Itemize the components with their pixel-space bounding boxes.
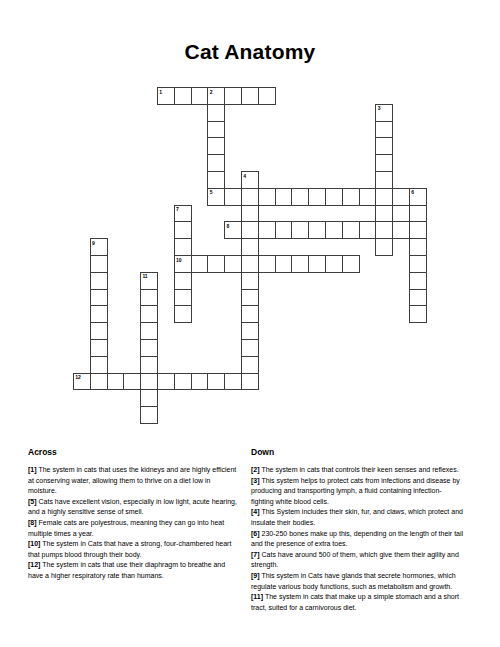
grid-cell-r16c1[interactable]	[90, 356, 108, 374]
clue-down-7: [7] Cats have around 500 of them, which …	[251, 550, 464, 571]
clue-number-2: 2	[210, 89, 213, 95]
clue-down-4-number: [4]	[251, 508, 260, 515]
grid-cell-r11c6[interactable]	[174, 272, 192, 290]
clue-down-11-number: [11]	[251, 593, 263, 600]
clue-down-4: [4] This System includes their skin, fur…	[251, 507, 464, 528]
grid-cell-r10c14[interactable]	[308, 255, 326, 273]
clue-number-4: 4	[243, 173, 246, 179]
grid-cell-r9c18[interactable]	[375, 238, 393, 256]
across-header: Across	[28, 447, 241, 457]
grid-cell-r12c20[interactable]	[409, 289, 427, 307]
grid-cell-r17c5[interactable]	[157, 373, 175, 391]
grid-cell-r0c8[interactable]: 2	[207, 87, 225, 105]
grid-cell-r4c8[interactable]	[207, 154, 225, 172]
clue-number-3: 3	[378, 105, 381, 111]
grid-cell-r17c6[interactable]	[174, 373, 192, 391]
clue-down-3: [3] This system helps to protect cats fr…	[251, 476, 464, 508]
clue-down-11: [11] The system in cats that make up a s…	[251, 592, 464, 613]
clue-across-8: [8] Female cats are polyestrous, meaning…	[28, 518, 241, 539]
grid-cell-r8c10[interactable]	[241, 221, 259, 239]
grid-cell-r17c1[interactable]	[90, 373, 108, 391]
grid-cell-r14c10[interactable]	[241, 322, 259, 340]
grid-cell-r5c8[interactable]	[207, 171, 225, 189]
clue-down-7-number: [7]	[251, 551, 260, 558]
grid-cell-r15c1[interactable]	[90, 339, 108, 357]
grid-cell-r8c18[interactable]	[375, 221, 393, 239]
clue-down-2-number: [2]	[251, 466, 260, 473]
grid-cell-r17c2[interactable]	[107, 373, 125, 391]
grid-cell-r10c9[interactable]	[224, 255, 242, 273]
grid-cell-r6c20[interactable]: 6	[409, 188, 427, 206]
grid-cell-r8c14[interactable]	[308, 221, 326, 239]
grid-cell-r4c18[interactable]	[375, 154, 393, 172]
grid-cell-r1c18[interactable]: 3	[375, 104, 393, 122]
grid-cell-r12c6[interactable]	[174, 289, 192, 307]
grid-cell-r8c20[interactable]	[409, 221, 427, 239]
grid-cell-r14c1[interactable]	[90, 322, 108, 340]
grid-cell-r15c10[interactable]	[241, 339, 259, 357]
down-header: Down	[251, 447, 464, 457]
grid-cell-r7c20[interactable]	[409, 205, 427, 223]
clue-number-12: 12	[75, 374, 80, 380]
clue-number-9: 9	[92, 240, 95, 246]
grid-cell-r13c4[interactable]	[140, 305, 158, 323]
grid-cell-r9c6[interactable]	[174, 238, 192, 256]
grid-cell-r6c8[interactable]: 5	[207, 188, 225, 206]
grid-cell-r10c11[interactable]	[258, 255, 276, 273]
grid-cell-r5c10[interactable]: 4	[241, 171, 259, 189]
grid-cell-r0c11[interactable]	[258, 87, 276, 105]
grid-cell-r3c18[interactable]	[375, 137, 393, 155]
grid-cell-r12c1[interactable]	[90, 289, 108, 307]
grid-cell-r6c9[interactable]	[224, 188, 242, 206]
grid-cell-r10c16[interactable]	[342, 255, 360, 273]
grid-cell-r11c20[interactable]	[409, 272, 427, 290]
grid-cell-r10c10[interactable]	[241, 255, 259, 273]
grid-cell-r3c8[interactable]	[207, 137, 225, 155]
clue-number-1: 1	[159, 89, 162, 95]
grid-cell-r0c6[interactable]	[174, 87, 192, 105]
grid-cell-r8c12[interactable]	[275, 221, 293, 239]
clue-number-11: 11	[142, 273, 147, 279]
clue-down-9-number: [9]	[251, 572, 260, 579]
clue-number-8: 8	[226, 223, 229, 229]
grid-cell-r1c8[interactable]	[207, 104, 225, 122]
grid-cell-r17c10[interactable]	[241, 373, 259, 391]
grid-cell-r2c8[interactable]	[207, 121, 225, 139]
grid-cell-r16c10[interactable]	[241, 356, 259, 374]
clue-across-12-number: [12]	[28, 561, 40, 568]
grid-cell-r8c19[interactable]	[392, 221, 410, 239]
clue-number-5: 5	[210, 189, 213, 195]
grid-cell-r6c17[interactable]	[359, 188, 377, 206]
clue-down-9: [9] This system in Cats have glands that…	[251, 571, 464, 592]
grid-cell-r10c6[interactable]: 10	[174, 255, 192, 273]
grid-cell-r17c4[interactable]	[140, 373, 158, 391]
grid-cell-r17c9[interactable]	[224, 373, 242, 391]
grid-cell-r2c18[interactable]	[375, 121, 393, 139]
clue-number-6: 6	[411, 189, 414, 195]
grid-cell-r12c10[interactable]	[241, 289, 259, 307]
clue-across-5: [5] Cats have excellent vision, especial…	[28, 497, 241, 518]
grid-cell-r16c4[interactable]	[140, 356, 158, 374]
grid-cell-r8c17[interactable]	[359, 221, 377, 239]
clue-down-3-number: [3]	[251, 477, 260, 484]
grid-cell-r17c0[interactable]: 12	[73, 373, 91, 391]
grid-cell-r0c7[interactable]	[191, 87, 209, 105]
clue-across-12: [12] The system in cats that use their d…	[28, 560, 241, 581]
clue-across-10: [10] The system in Cats that have a stro…	[28, 539, 241, 560]
grid-cell-r18c4[interactable]	[140, 389, 158, 407]
grid-cell-r5c18[interactable]	[375, 171, 393, 189]
grid-cell-r10c20[interactable]	[409, 255, 427, 273]
grid-cell-r6c16[interactable]	[342, 188, 360, 206]
grid-cell-r19c4[interactable]	[140, 406, 158, 424]
grid-cell-r8c9[interactable]: 8	[224, 221, 242, 239]
grid-cell-r17c8[interactable]	[207, 373, 225, 391]
grid-cell-r6c19[interactable]	[392, 188, 410, 206]
grid-cell-r7c10[interactable]	[241, 205, 259, 223]
grid-cell-r9c10[interactable]	[241, 238, 259, 256]
grid-cell-r10c13[interactable]	[291, 255, 309, 273]
grid-cell-r8c6[interactable]	[174, 221, 192, 239]
grid-cell-r13c6[interactable]	[174, 305, 192, 323]
grid-cell-r10c7[interactable]	[191, 255, 209, 273]
grid-cell-r11c4[interactable]: 11	[140, 272, 158, 290]
down-clues-section: Down [2] The system in cats that control…	[251, 447, 464, 613]
grid-cell-r10c12[interactable]	[275, 255, 293, 273]
clue-across-5-number: [5]	[28, 498, 37, 505]
grid-cell-r17c3[interactable]	[123, 373, 141, 391]
clue-across-1-number: [1]	[28, 466, 37, 473]
grid-cell-r6c18[interactable]	[375, 188, 393, 206]
grid-cell-r13c20[interactable]	[409, 305, 427, 323]
crossword-grid: 123456789101112	[73, 87, 427, 424]
grid-cell-r8c15[interactable]	[325, 221, 343, 239]
grid-cell-r17c7[interactable]	[191, 373, 209, 391]
grid-cell-r9c20[interactable]	[409, 238, 427, 256]
grid-cell-r8c13[interactable]	[291, 221, 309, 239]
puzzle-title: Cat Anatomy	[0, 41, 500, 62]
clue-number-7: 7	[176, 206, 179, 212]
grid-cell-r6c11[interactable]	[258, 188, 276, 206]
grid-cell-r6c13[interactable]	[291, 188, 309, 206]
grid-cell-r7c18[interactable]	[375, 205, 393, 223]
across-clues-section: Across [1] The system in cats that uses …	[28, 447, 241, 582]
grid-cell-r8c16[interactable]	[342, 221, 360, 239]
grid-cell-r14c4[interactable]	[140, 322, 158, 340]
clue-down-2: [2] The system in cats that controls the…	[251, 465, 464, 476]
grid-cell-r10c15[interactable]	[325, 255, 343, 273]
crossword-page: Cat Anatomy 123456789101112 Across [1] T…	[0, 0, 500, 647]
grid-cell-r10c8[interactable]	[207, 255, 225, 273]
grid-cell-r10c1[interactable]	[90, 255, 108, 273]
clue-down-6: [6] 230-250 bones make up this, dependin…	[251, 529, 464, 550]
grid-cell-r6c12[interactable]	[275, 188, 293, 206]
clue-across-1: [1] The system in cats that uses the kid…	[28, 465, 241, 497]
clue-across-10-number: [10]	[28, 540, 40, 547]
clue-down-6-number: [6]	[251, 530, 260, 537]
grid-cell-r11c10[interactable]	[241, 272, 259, 290]
grid-cell-r12c4[interactable]	[140, 289, 158, 307]
grid-cell-r6c14[interactable]	[308, 188, 326, 206]
grid-cell-r13c1[interactable]	[90, 305, 108, 323]
grid-cell-r6c10[interactable]	[241, 188, 259, 206]
grid-cell-r6c15[interactable]	[325, 188, 343, 206]
grid-cell-r9c1[interactable]: 9	[90, 238, 108, 256]
grid-cell-r8c11[interactable]	[258, 221, 276, 239]
clue-across-8-number: [8]	[28, 519, 37, 526]
grid-cell-r0c10[interactable]	[241, 87, 259, 105]
grid-cell-r15c4[interactable]	[140, 339, 158, 357]
grid-cell-r13c10[interactable]	[241, 305, 259, 323]
clue-number-10: 10	[176, 257, 181, 263]
grid-cell-r0c9[interactable]	[224, 87, 242, 105]
grid-cell-r7c6[interactable]: 7	[174, 205, 192, 223]
grid-cell-r11c1[interactable]	[90, 272, 108, 290]
across-clue-list: [1] The system in cats that uses the kid…	[28, 465, 241, 582]
grid-cell-r0c5[interactable]: 1	[157, 87, 175, 105]
down-clue-list: [2] The system in cats that controls the…	[251, 465, 464, 613]
